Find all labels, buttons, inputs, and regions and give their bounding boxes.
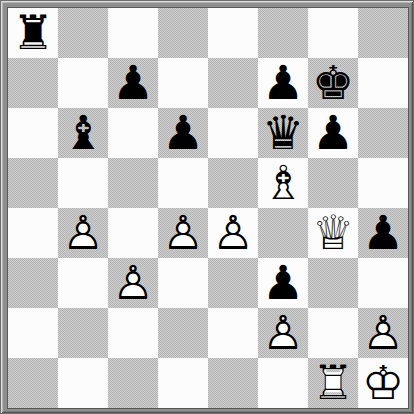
square-e3[interactable] [208,258,258,308]
square-c3[interactable]: ♟♙ [108,258,158,308]
piece-black-pawn: ♟ [308,107,358,157]
square-b3[interactable] [58,258,108,308]
piece-black-pawn: ♟ [258,257,308,307]
white-piece-outline: ♔ [358,357,408,407]
piece-white-pawn: ♟♙ [358,307,408,357]
square-f8[interactable] [258,8,308,58]
square-d6[interactable]: ♟ [158,108,208,158]
square-c7[interactable]: ♟ [108,58,158,108]
piece-white-pawn: ♟♙ [58,207,108,257]
white-piece-outline: ♙ [358,307,408,357]
square-a7[interactable] [8,58,58,108]
square-d5[interactable] [158,158,208,208]
square-f7[interactable]: ♟ [258,58,308,108]
square-b2[interactable] [58,308,108,358]
square-b5[interactable] [58,158,108,208]
square-c2[interactable] [108,308,158,358]
square-a6[interactable] [8,108,58,158]
square-d7[interactable] [158,58,208,108]
piece-black-pawn: ♟ [108,57,158,107]
square-e7[interactable] [208,58,258,108]
piece-white-pawn: ♟♙ [158,207,208,257]
square-e2[interactable] [208,308,258,358]
square-c1[interactable] [108,358,158,408]
square-g1[interactable]: ♜♖ [308,358,358,408]
square-f2[interactable]: ♟♙ [258,308,308,358]
piece-black-bishop: ♝ [58,107,108,157]
white-piece-outline: ♙ [258,307,308,357]
piece-white-pawn: ♟♙ [108,257,158,307]
square-g8[interactable] [308,8,358,58]
piece-white-bishop: ♝♗ [258,157,308,207]
square-h8[interactable] [358,8,408,58]
square-d1[interactable] [158,358,208,408]
square-b6[interactable]: ♝ [58,108,108,158]
square-g3[interactable] [308,258,358,308]
square-c6[interactable] [108,108,158,158]
square-g2[interactable] [308,308,358,358]
square-h4[interactable]: ♟ [358,208,408,258]
square-d4[interactable]: ♟♙ [158,208,208,258]
white-piece-outline: ♕ [308,207,358,257]
square-d3[interactable] [158,258,208,308]
square-f6[interactable]: ♛ [258,108,308,158]
square-a1[interactable] [8,358,58,408]
chess-board: ♜♟♟♚♝♟♛♟♝♗♟♙♟♙♟♙♛♕♟♟♙♟♟♙♟♙♜♖♚♔ [8,8,408,408]
square-f1[interactable] [258,358,308,408]
square-d8[interactable] [158,8,208,58]
square-a5[interactable] [8,158,58,208]
piece-white-queen: ♛♕ [308,207,358,257]
square-e6[interactable] [208,108,258,158]
square-h6[interactable] [358,108,408,158]
piece-black-queen: ♛ [258,107,308,157]
piece-black-pawn: ♟ [358,207,408,257]
white-piece-outline: ♙ [58,207,108,257]
square-g5[interactable] [308,158,358,208]
square-b8[interactable] [58,8,108,58]
piece-white-pawn: ♟♙ [208,207,258,257]
piece-white-king: ♚♔ [358,357,408,407]
square-f5[interactable]: ♝♗ [258,158,308,208]
piece-white-pawn: ♟♙ [258,307,308,357]
piece-white-rook: ♜♖ [308,357,358,407]
square-h2[interactable]: ♟♙ [358,308,408,358]
square-a3[interactable] [8,258,58,308]
white-piece-outline: ♙ [108,257,158,307]
square-h7[interactable] [358,58,408,108]
square-b1[interactable] [58,358,108,408]
square-c5[interactable] [108,158,158,208]
square-a2[interactable] [8,308,58,358]
square-f3[interactable]: ♟ [258,258,308,308]
square-a4[interactable] [8,208,58,258]
white-piece-outline: ♙ [158,207,208,257]
square-e5[interactable] [208,158,258,208]
piece-black-king: ♚ [308,57,358,107]
white-piece-outline: ♙ [208,207,258,257]
piece-black-pawn: ♟ [158,107,208,157]
square-h5[interactable] [358,158,408,208]
square-e1[interactable] [208,358,258,408]
square-e8[interactable] [208,8,258,58]
piece-black-rook: ♜ [8,7,58,57]
square-g7[interactable]: ♚ [308,58,358,108]
square-h1[interactable]: ♚♔ [358,358,408,408]
piece-black-pawn: ♟ [258,57,308,107]
square-d2[interactable] [158,308,208,358]
square-g4[interactable]: ♛♕ [308,208,358,258]
square-c8[interactable] [108,8,158,58]
square-g6[interactable]: ♟ [308,108,358,158]
chess-board-frame: ♜♟♟♚♝♟♛♟♝♗♟♙♟♙♟♙♛♕♟♟♙♟♟♙♟♙♜♖♚♔ [0,0,414,414]
square-c4[interactable] [108,208,158,258]
square-a8[interactable]: ♜ [8,8,58,58]
white-piece-outline: ♖ [308,357,358,407]
square-h3[interactable] [358,258,408,308]
square-b7[interactable] [58,58,108,108]
square-b4[interactable]: ♟♙ [58,208,108,258]
square-f4[interactable] [258,208,308,258]
white-piece-outline: ♗ [258,157,308,207]
square-e4[interactable]: ♟♙ [208,208,258,258]
